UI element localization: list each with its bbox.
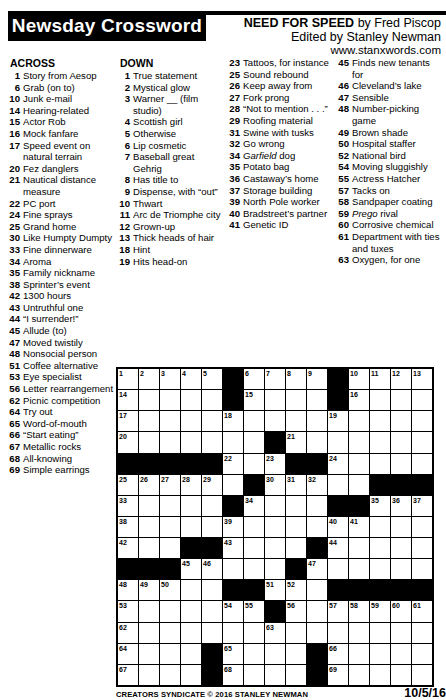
grid-cell-4-3[interactable] — [160, 432, 180, 452]
grid-cell-15-11[interactable]: 69 — [328, 665, 348, 685]
grid-cell-6-9[interactable]: 31 — [286, 475, 306, 495]
grid-cell-6-8[interactable]: 30 — [265, 475, 285, 495]
grid-cell-3-15[interactable] — [412, 411, 432, 431]
grid-cell-10-4[interactable]: 45 — [181, 559, 201, 579]
grid-cell-9-8[interactable] — [265, 538, 285, 558]
grid-cell-13-4[interactable] — [181, 623, 201, 643]
grid-cell-9-12[interactable] — [349, 538, 369, 558]
clue-across-14: 14Hearing-related — [8, 105, 115, 117]
grid-cell-3-2[interactable] — [139, 411, 159, 431]
grid-cell-15-7[interactable] — [244, 665, 264, 685]
grid-cell-12-5[interactable] — [202, 601, 222, 621]
black-cell-5-10 — [307, 454, 327, 474]
grid-cell-10-5[interactable]: 46 — [202, 559, 222, 579]
grid-cell-10-15[interactable] — [412, 559, 432, 579]
clue-text: 1300 hours — [23, 290, 115, 302]
grid-cell-3-13[interactable] — [370, 411, 390, 431]
grid-cell-14-9[interactable] — [286, 644, 306, 664]
grid-cell-13-13[interactable] — [370, 623, 390, 643]
grid-cell-12-1[interactable]: 53 — [118, 601, 138, 621]
grid-cell-1-12[interactable]: 10 — [349, 369, 369, 389]
clue-down-50: 50Hospital staffer — [337, 138, 444, 150]
black-cell-15-5 — [202, 665, 222, 685]
clue-number: 26 — [228, 80, 243, 92]
grid-cell-13-2[interactable] — [139, 623, 159, 643]
black-cell-6-13 — [370, 475, 390, 495]
clue-text: Hits head-on — [133, 256, 225, 268]
clue-text: Like Humpty Dumpty — [23, 232, 115, 244]
clue-text: Garfield dog — [243, 150, 335, 162]
grid-cell-4-13[interactable] — [370, 432, 390, 452]
grid-cell-14-12[interactable] — [349, 644, 369, 664]
grid-cell-4-7[interactable] — [244, 432, 264, 452]
grid-cell-8-5[interactable] — [202, 517, 222, 537]
grid-cell-9-11[interactable]: 44 — [328, 538, 348, 558]
clue-number: 34 — [228, 150, 243, 162]
grid-cell-13-8[interactable]: 63 — [265, 623, 285, 643]
clue-number: 38 — [8, 279, 23, 291]
black-cell-6-14 — [391, 475, 411, 495]
clue-across-51: 51Coffee alternative — [8, 360, 115, 372]
grid-cell-7-7[interactable]: 34 — [244, 496, 264, 516]
clue-number: 60 — [337, 219, 352, 231]
cell-number: 36 — [392, 496, 400, 505]
grid-cell-12-7[interactable]: 55 — [244, 601, 264, 621]
grid-cell-9-2[interactable] — [139, 538, 159, 558]
black-cell-11-7 — [244, 580, 264, 600]
clue-number: 54 — [337, 161, 352, 173]
clue-text: Castaway’s home — [243, 173, 335, 185]
clue-text: Go wrong — [243, 138, 335, 150]
grid-cell-8-15[interactable] — [412, 517, 432, 537]
grid-cell-13-7[interactable] — [244, 623, 264, 643]
grid-cell-15-4[interactable] — [181, 665, 201, 685]
cell-number: 24 — [329, 454, 337, 463]
grid-cell-10-12[interactable] — [349, 559, 369, 579]
grid-cell-15-12[interactable] — [349, 665, 369, 685]
cell-number: 52 — [287, 580, 295, 589]
grid-cell-8-1[interactable]: 38 — [118, 517, 138, 537]
grid-cell-1-3[interactable]: 3 — [160, 369, 180, 389]
grid-cell-1-10[interactable]: 9 — [307, 369, 327, 389]
grid-cell-13-11[interactable] — [328, 623, 348, 643]
grid-cell-10-6[interactable] — [223, 559, 243, 579]
grid-cell-3-1[interactable]: 17 — [118, 411, 138, 431]
grid-cell-10-10[interactable]: 47 — [307, 559, 327, 579]
down-heading: DOWN — [120, 57, 225, 69]
clue-text: Mystical glow — [133, 82, 225, 94]
black-cell-2-11 — [328, 390, 348, 410]
grid-cell-3-7[interactable] — [244, 411, 264, 431]
cell-number: 46 — [203, 559, 211, 568]
grid-cell-3-3[interactable] — [160, 411, 180, 431]
grid-cell-8-13[interactable] — [370, 517, 390, 537]
clue-down-25: 25Sound rebound — [228, 69, 335, 81]
clue-down-58: 58Sandpaper coating — [337, 196, 444, 208]
clue-across-24: 24Fine sprays — [8, 209, 115, 221]
cell-number: 1 — [119, 369, 123, 378]
grid-cell-10-14[interactable] — [391, 559, 411, 579]
black-cell-7-11 — [328, 496, 348, 516]
clue-down-28: 28“Not to mention . . .” — [228, 103, 335, 115]
grid-cell-6-12[interactable] — [349, 475, 369, 495]
clue-text: Letter rearrangement — [23, 383, 115, 395]
black-cell-11-11 — [328, 580, 348, 600]
grid-cell-12-3[interactable] — [160, 601, 180, 621]
grid-cell-8-6[interactable]: 39 — [223, 517, 243, 537]
grid-cell-4-9[interactable]: 21 — [286, 432, 306, 452]
grid-cell-12-4[interactable] — [181, 601, 201, 621]
cell-number: 69 — [329, 665, 337, 674]
grid-cell-7-8[interactable] — [265, 496, 285, 516]
grid-cell-9-3[interactable] — [160, 538, 180, 558]
black-cell-5-1 — [118, 454, 138, 474]
grid-cell-1-8[interactable]: 7 — [265, 369, 285, 389]
clue-number: 40 — [228, 208, 243, 220]
grid-cell-4-6[interactable] — [223, 432, 243, 452]
black-cell-9-10 — [307, 538, 327, 558]
grid-cell-13-6[interactable] — [223, 623, 243, 643]
grid-cell-15-13[interactable] — [370, 665, 390, 685]
black-cell-14-5 — [202, 644, 222, 664]
grid-cell-4-12[interactable] — [349, 432, 369, 452]
black-cell-10-9 — [286, 559, 306, 579]
clue-text: Corrosive chemical — [352, 219, 444, 231]
grid-cell-5-15[interactable] — [412, 454, 432, 474]
clue-number: 25 — [8, 221, 23, 233]
grid-cell-8-8[interactable] — [265, 517, 285, 537]
clue-number: 1 — [118, 70, 133, 82]
grid-cell-11-2[interactable]: 49 — [139, 580, 159, 600]
black-cell-12-8 — [265, 601, 285, 621]
grid-cell-14-14[interactable] — [391, 644, 411, 664]
grid-cell-15-15[interactable] — [412, 665, 432, 685]
grid-cell-6-4[interactable]: 28 — [181, 475, 201, 495]
grid-cell-9-6[interactable]: 43 — [223, 538, 243, 558]
grid-cell-3-10[interactable] — [307, 411, 327, 431]
grid-cell-1-13[interactable]: 11 — [370, 369, 390, 389]
grid-cell-13-5[interactable] — [202, 623, 222, 643]
grid-cell-1-1[interactable]: 1 — [118, 369, 138, 389]
grid-cell-3-6[interactable]: 18 — [223, 411, 243, 431]
grid-cell-2-8[interactable] — [265, 390, 285, 410]
grid-cell-1-9[interactable]: 8 — [286, 369, 306, 389]
clue-down-7: 7Baseball great Gehrig — [118, 151, 225, 174]
clue-number: 9 — [118, 186, 133, 198]
clue-number: 45 — [8, 325, 23, 337]
grid-cell-5-14[interactable] — [391, 454, 411, 474]
clue-across-21: 21Nautical distance measure — [8, 174, 115, 197]
grid-cell-2-9[interactable] — [286, 390, 306, 410]
grid-cell-8-9[interactable] — [286, 517, 306, 537]
grid-cell-2-14[interactable] — [391, 390, 411, 410]
cell-number: 54 — [224, 601, 232, 610]
grid-cell-2-2[interactable] — [139, 390, 159, 410]
grid-cell-3-9[interactable] — [286, 411, 306, 431]
grid-cell-8-10[interactable] — [307, 517, 327, 537]
grid-cell-2-7[interactable]: 15 — [244, 390, 264, 410]
grid-cell-11-9[interactable]: 52 — [286, 580, 306, 600]
grid-cell-8-4[interactable] — [181, 517, 201, 537]
clue-text: Moved twistily — [23, 337, 115, 349]
clue-number: 36 — [228, 173, 243, 185]
clue-number: 28 — [228, 103, 243, 115]
clue-text: True statement — [133, 70, 225, 82]
grid-cell-15-2[interactable] — [139, 665, 159, 685]
grid-cell-6-2[interactable]: 26 — [139, 475, 159, 495]
grid-cell-4-1[interactable]: 20 — [118, 432, 138, 452]
grid-cell-2-4[interactable] — [181, 390, 201, 410]
clue-down-18: 18Hint — [118, 244, 225, 256]
grid-cell-14-1[interactable]: 64 — [118, 644, 138, 664]
grid-cell-9-9[interactable] — [286, 538, 306, 558]
grid-cell-13-1[interactable]: 62 — [118, 623, 138, 643]
grid-cell-2-3[interactable] — [160, 390, 180, 410]
clue-down-26: 26Keep away from — [228, 80, 335, 92]
clue-number: 53 — [8, 371, 23, 383]
clue-text: Fine sprays — [23, 209, 115, 221]
grid-cell-7-4[interactable] — [181, 496, 201, 516]
clue-number: 35 — [8, 267, 23, 279]
grid-cell-5-6[interactable]: 22 — [223, 454, 243, 474]
grid-cell-15-8[interactable] — [265, 665, 285, 685]
grid-cell-7-13[interactable]: 35 — [370, 496, 390, 516]
grid-cell-9-14[interactable] — [391, 538, 411, 558]
grid-cell-12-13[interactable]: 59 — [370, 601, 390, 621]
grid-cell-8-12[interactable]: 41 — [349, 517, 369, 537]
grid-cell-6-11[interactable] — [328, 475, 348, 495]
grid-cell-6-5[interactable]: 29 — [202, 475, 222, 495]
grid-cell-8-2[interactable] — [139, 517, 159, 537]
grid-cell-7-9[interactable] — [286, 496, 306, 516]
grid-cell-7-14[interactable]: 36 — [391, 496, 411, 516]
clue-across-65: 65Word-of-mouth — [8, 418, 115, 430]
grid-cell-6-6[interactable] — [223, 475, 243, 495]
grid-cell-12-15[interactable]: 61 — [412, 601, 432, 621]
grid-cell-4-14[interactable] — [391, 432, 411, 452]
grid-cell-2-10[interactable] — [307, 390, 327, 410]
clue-number: 31 — [228, 127, 243, 139]
grid-cell-13-3[interactable] — [160, 623, 180, 643]
grid-cell-14-6[interactable]: 65 — [223, 644, 243, 664]
clue-number: 29 — [228, 115, 243, 127]
grid-cell-15-3[interactable] — [160, 665, 180, 685]
grid-cell-6-3[interactable]: 27 — [160, 475, 180, 495]
grid-cell-7-2[interactable] — [139, 496, 159, 516]
clue-number: 8 — [118, 174, 133, 186]
grid-cell-14-7[interactable] — [244, 644, 264, 664]
grid-cell-12-6[interactable]: 54 — [223, 601, 243, 621]
grid-cell-7-1[interactable]: 33 — [118, 496, 138, 516]
clue-down-12: 12Grown-up — [118, 221, 225, 233]
clue-text: Nonsocial person — [23, 348, 115, 360]
grid-cell-3-14[interactable] — [391, 411, 411, 431]
grid-cell-14-2[interactable] — [139, 644, 159, 664]
clue-down-52: 52National bird — [337, 150, 444, 162]
clue-number: 43 — [8, 302, 23, 314]
grid-cell-3-11[interactable]: 19 — [328, 411, 348, 431]
grid-cell-11-3[interactable]: 50 — [160, 580, 180, 600]
grid-cell-13-12[interactable] — [349, 623, 369, 643]
grid-cell-11-1[interactable]: 48 — [118, 580, 138, 600]
grid-cell-7-10[interactable] — [307, 496, 327, 516]
grid-cell-15-1[interactable]: 67 — [118, 665, 138, 685]
grid-cell-9-15[interactable] — [412, 538, 432, 558]
grid-cell-6-10[interactable]: 32 — [307, 475, 327, 495]
grid-cell-10-11[interactable] — [328, 559, 348, 579]
clue-text: Moving sluggishly — [352, 161, 444, 173]
clue-text: Picnic competition — [23, 395, 115, 407]
grid-cell-5-12[interactable] — [349, 454, 369, 474]
cell-number: 21 — [287, 432, 295, 441]
grid-cell-12-10[interactable] — [307, 601, 327, 621]
grid-cell-2-12[interactable]: 16 — [349, 390, 369, 410]
clue-down-45: 45Finds new tenants for — [337, 57, 444, 80]
grid-cell-13-14[interactable] — [391, 623, 411, 643]
grid-cell-3-12[interactable] — [349, 411, 369, 431]
grid-cell-11-4[interactable] — [181, 580, 201, 600]
grid-cell-2-5[interactable] — [202, 390, 222, 410]
grid-cell-15-14[interactable] — [391, 665, 411, 685]
grid-cell-14-3[interactable] — [160, 644, 180, 664]
grid-cell-1-5[interactable]: 5 — [202, 369, 222, 389]
grid-cell-7-15[interactable]: 37 — [412, 496, 432, 516]
clue-number: 51 — [8, 360, 23, 372]
clue-down-27: 27Fork prong — [228, 92, 335, 104]
grid-cell-4-4[interactable] — [181, 432, 201, 452]
grid-cell-3-8[interactable] — [265, 411, 285, 431]
clue-text: Fine dinnerware — [23, 244, 115, 256]
grid-cell-11-5[interactable] — [202, 580, 222, 600]
grid-cell-8-11[interactable]: 40 — [328, 517, 348, 537]
clue-number: 34 — [8, 256, 23, 268]
cell-number: 56 — [287, 601, 295, 610]
grid-cell-1-15[interactable]: 13 — [412, 369, 432, 389]
grid-cell-14-13[interactable] — [370, 644, 390, 664]
grid-cell-4-15[interactable] — [412, 432, 432, 452]
grid-cell-9-13[interactable] — [370, 538, 390, 558]
clue-number: 47 — [337, 92, 352, 104]
clue-number: 23 — [228, 57, 243, 69]
clue-number: 12 — [118, 221, 133, 233]
grid-cell-10-13[interactable] — [370, 559, 390, 579]
grid-cell-1-14[interactable]: 12 — [391, 369, 411, 389]
clue-text: Department with ties and tuxes — [352, 231, 444, 254]
grid-cell-8-7[interactable] — [244, 517, 264, 537]
grid-cell-4-5[interactable] — [202, 432, 222, 452]
clue-across-16: 16Mock fanfare — [8, 128, 115, 140]
clue-number: 5 — [118, 128, 133, 140]
grid-cell-3-5[interactable] — [202, 411, 222, 431]
clue-number: 49 — [337, 127, 352, 139]
black-cell-5-5 — [202, 454, 222, 474]
grid-cell-1-2[interactable]: 2 — [139, 369, 159, 389]
grid-cell-8-14[interactable] — [391, 517, 411, 537]
black-cell-10-1 — [118, 559, 138, 579]
grid-cell-1-4[interactable]: 4 — [181, 369, 201, 389]
clue-across-30: 30Like Humpty Dumpty — [8, 232, 115, 244]
grid-cell-6-1[interactable]: 25 — [118, 475, 138, 495]
grid-cell-4-2[interactable] — [139, 432, 159, 452]
grid-cell-10-8[interactable] — [265, 559, 285, 579]
clue-across-38: 38Sprinter’s event — [8, 279, 115, 291]
clue-across-10: 10Junk e-mail — [8, 93, 115, 105]
clue-number: 3 — [118, 93, 133, 116]
cell-number: 59 — [371, 601, 379, 610]
grid-cell-4-11[interactable] — [328, 432, 348, 452]
grid-cell-9-7[interactable] — [244, 538, 264, 558]
grid-cell-12-9[interactable]: 56 — [286, 601, 306, 621]
clue-text: Has title to — [133, 174, 225, 186]
grid-cell-13-9[interactable] — [286, 623, 306, 643]
cell-number: 27 — [161, 475, 169, 484]
grid-cell-5-7[interactable] — [244, 454, 264, 474]
clue-text: Number-picking game — [352, 103, 444, 126]
black-cell-14-10 — [307, 644, 327, 664]
clue-down-41: 41Genetic ID — [228, 219, 335, 231]
clue-number: 32 — [228, 138, 243, 150]
clue-down-49: 49Brown shade — [337, 127, 444, 139]
cell-number: 43 — [224, 538, 232, 547]
grid-cell-11-8[interactable]: 51 — [265, 580, 285, 600]
clue-text: Swine with tusks — [243, 127, 335, 139]
cell-number: 34 — [245, 496, 253, 505]
grid-cell-12-11[interactable]: 57 — [328, 601, 348, 621]
grid-cell-12-12[interactable]: 58 — [349, 601, 369, 621]
grid-cell-7-3[interactable] — [160, 496, 180, 516]
clue-down-54: 54Moving sluggishly — [337, 161, 444, 173]
grid-cell-3-4[interactable] — [181, 411, 201, 431]
grid-cell-14-4[interactable] — [181, 644, 201, 664]
cell-number: 18 — [224, 411, 232, 420]
grid-cell-15-9[interactable] — [286, 665, 306, 685]
clue-text: North Pole worker — [243, 196, 335, 208]
grid-cell-2-1[interactable]: 14 — [118, 390, 138, 410]
grid-cell-9-1[interactable]: 42 — [118, 538, 138, 558]
black-cell-6-15 — [412, 475, 432, 495]
grid-cell-14-15[interactable] — [412, 644, 432, 664]
grid-cell-5-11[interactable]: 24 — [328, 454, 348, 474]
grid-cell-13-10[interactable] — [307, 623, 327, 643]
grid-cell-2-13[interactable] — [370, 390, 390, 410]
grid-cell-7-5[interactable] — [202, 496, 222, 516]
grid-cell-1-7[interactable]: 6 — [244, 369, 264, 389]
cell-number: 68 — [224, 665, 232, 674]
clue-number: 1 — [8, 70, 23, 82]
grid-cell-5-8[interactable]: 23 — [265, 454, 285, 474]
clue-down-8: 8Has title to — [118, 174, 225, 186]
grid-cell-15-6[interactable]: 68 — [223, 665, 243, 685]
grid-cell-14-8[interactable] — [265, 644, 285, 664]
grid-cell-2-15[interactable] — [412, 390, 432, 410]
grid-cell-12-2[interactable] — [139, 601, 159, 621]
grid-cell-11-10[interactable] — [307, 580, 327, 600]
grid-cell-4-10[interactable] — [307, 432, 327, 452]
clue-text: Finds new tenants for — [352, 57, 444, 80]
grid-cell-12-14[interactable]: 60 — [391, 601, 411, 621]
grid-cell-13-15[interactable] — [412, 623, 432, 643]
grid-cell-5-13[interactable] — [370, 454, 390, 474]
cell-number: 13 — [413, 369, 421, 378]
cell-number: 57 — [329, 601, 337, 610]
grid-cell-8-3[interactable] — [160, 517, 180, 537]
clue-across-42: 421300 hours — [8, 290, 115, 302]
clue-text: Keep away from — [243, 80, 335, 92]
grid-cell-10-7[interactable] — [244, 559, 264, 579]
grid-cell-14-11[interactable]: 66 — [328, 644, 348, 664]
clue-number: 63 — [337, 254, 352, 266]
black-cell-9-5 — [202, 538, 222, 558]
